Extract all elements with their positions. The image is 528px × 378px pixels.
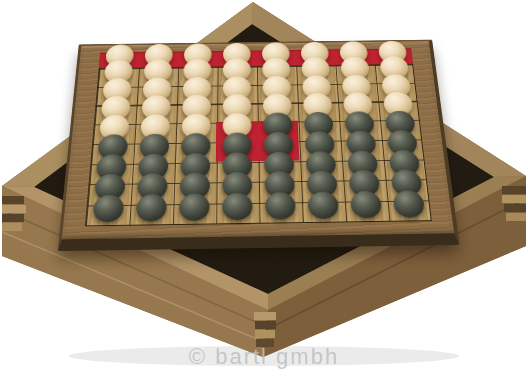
product-photo: © bartl gmbh <box>0 0 528 378</box>
black-ball[interactable] <box>222 193 252 221</box>
playing-area <box>85 48 432 226</box>
black-ball[interactable] <box>264 192 295 220</box>
game-board <box>58 40 460 251</box>
watermark-text: © bartl gmbh <box>189 344 339 370</box>
